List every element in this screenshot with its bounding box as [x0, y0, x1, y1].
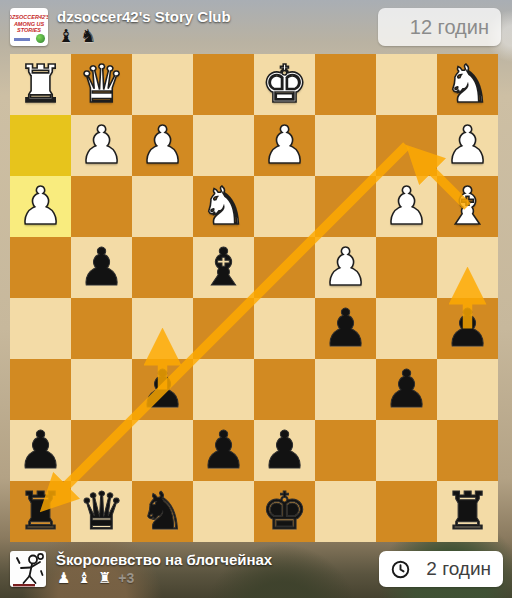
square-d3[interactable]	[254, 176, 315, 237]
club-piece-badges: ♝♞	[58, 26, 96, 46]
square-b8[interactable]	[376, 481, 437, 542]
square-a6[interactable]	[437, 359, 498, 420]
square-g4[interactable]: ♟	[71, 237, 132, 298]
square-c8[interactable]	[315, 481, 376, 542]
white-knight[interactable]: ♞	[444, 54, 491, 115]
square-e7[interactable]: ♟	[193, 420, 254, 481]
square-f2[interactable]: ♟	[132, 115, 193, 176]
white-pawn[interactable]: ♟	[383, 176, 430, 237]
next-story-avatar[interactable]	[10, 551, 46, 587]
bishop-icon: ♝	[58, 26, 74, 46]
pawn-icon: ♟	[57, 569, 70, 587]
white-pawn[interactable]: ♟	[17, 176, 64, 237]
square-b4[interactable]	[376, 237, 437, 298]
white-queen[interactable]: ♛	[78, 54, 125, 115]
square-g6[interactable]	[71, 359, 132, 420]
square-e1[interactable]	[193, 54, 254, 115]
white-pawn[interactable]: ♟	[261, 115, 308, 176]
white-rook[interactable]: ♜	[17, 54, 64, 115]
black-pawn[interactable]: ♟	[200, 420, 247, 481]
white-pawn[interactable]: ♟	[78, 115, 125, 176]
square-h6[interactable]	[10, 359, 71, 420]
sketch-figure-icon	[10, 551, 46, 587]
white-pawn[interactable]: ♟	[444, 115, 491, 176]
chess-board-area[interactable]: ♜♛♚♞♟♟♟♟♟♞♟♝♟♝♟♟♟♟♟♟♟♟♜♛♞♚♜	[10, 54, 498, 542]
square-e5[interactable]	[193, 298, 254, 359]
square-b5[interactable]	[376, 298, 437, 359]
square-c3[interactable]	[315, 176, 376, 237]
white-bishop[interactable]: ♝	[444, 176, 491, 237]
story-expiry-label: 12 годин	[410, 16, 489, 39]
next-story-piece-icons: ♟♝♜+3	[57, 569, 134, 587]
white-pawn[interactable]: ♟	[139, 115, 186, 176]
square-h3[interactable]: ♟	[10, 176, 71, 237]
knight-icon: ♞	[80, 26, 96, 46]
square-b3[interactable]: ♟	[376, 176, 437, 237]
clock-icon	[391, 560, 410, 579]
square-h2[interactable]	[10, 115, 71, 176]
square-e2[interactable]	[193, 115, 254, 176]
square-c1[interactable]	[315, 54, 376, 115]
rook-icon: ♜	[98, 569, 111, 587]
square-h8[interactable]: ♜	[10, 481, 71, 542]
square-d5[interactable]	[254, 298, 315, 359]
square-d4[interactable]	[254, 237, 315, 298]
square-f7[interactable]	[132, 420, 193, 481]
square-c2[interactable]	[315, 115, 376, 176]
square-a2[interactable]: ♟	[437, 115, 498, 176]
square-c6[interactable]	[315, 359, 376, 420]
square-e6[interactable]	[193, 359, 254, 420]
square-a7[interactable]	[437, 420, 498, 481]
square-f5[interactable]	[132, 298, 193, 359]
square-e4[interactable]: ♝	[193, 237, 254, 298]
black-rook[interactable]: ♜	[444, 481, 491, 542]
next-story-expiry-label: 2 годин	[426, 558, 491, 580]
square-h1[interactable]: ♜	[10, 54, 71, 115]
square-h7[interactable]: ♟	[10, 420, 71, 481]
square-c7[interactable]	[315, 420, 376, 481]
square-f3[interactable]	[132, 176, 193, 237]
black-pawn[interactable]: ♟	[78, 237, 125, 298]
square-a1[interactable]: ♞	[437, 54, 498, 115]
white-knight[interactable]: ♞	[200, 176, 247, 237]
square-g7[interactable]	[71, 420, 132, 481]
square-f1[interactable]	[132, 54, 193, 115]
avatar-badge-dot	[36, 34, 45, 43]
black-pawn[interactable]: ♟	[17, 420, 64, 481]
white-king[interactable]: ♚	[261, 54, 308, 115]
square-b7[interactable]	[376, 420, 437, 481]
more-pieces-label: +3	[118, 570, 134, 586]
square-d8[interactable]: ♚	[254, 481, 315, 542]
club-title: dzsoccer42's Story Club	[57, 8, 231, 25]
square-e3[interactable]: ♞	[193, 176, 254, 237]
bishop-icon: ♝	[77, 569, 90, 587]
black-pawn[interactable]: ♟	[444, 298, 491, 359]
black-pawn[interactable]: ♟	[139, 359, 186, 420]
avatar-decoration	[14, 38, 30, 41]
club-avatar[interactable]: DZSOCCER42'SAMONG USSTORIES	[10, 8, 48, 46]
square-b2[interactable]	[376, 115, 437, 176]
square-a8[interactable]: ♜	[437, 481, 498, 542]
next-story-title: Šкоролевство на блогчейнах	[56, 551, 272, 568]
square-a3[interactable]: ♝	[437, 176, 498, 237]
square-g1[interactable]: ♛	[71, 54, 132, 115]
square-f4[interactable]	[132, 237, 193, 298]
square-d2[interactable]: ♟	[254, 115, 315, 176]
square-c5[interactable]: ♟	[315, 298, 376, 359]
square-h5[interactable]	[10, 298, 71, 359]
square-e8[interactable]	[193, 481, 254, 542]
square-c4[interactable]: ♟	[315, 237, 376, 298]
chess-board[interactable]: ♜♛♚♞♟♟♟♟♟♞♟♝♟♝♟♟♟♟♟♟♟♟♜♛♞♚♜	[10, 54, 498, 542]
black-bishop[interactable]: ♝	[200, 237, 247, 298]
story-expiry-chip: 12 годин	[378, 8, 501, 46]
black-rook[interactable]: ♜	[17, 481, 64, 542]
square-a4[interactable]	[437, 237, 498, 298]
club-avatar-text: DZSOCCER42'SAMONG USSTORIES	[10, 8, 48, 37]
square-b1[interactable]	[376, 54, 437, 115]
square-d6[interactable]	[254, 359, 315, 420]
black-pawn[interactable]: ♟	[261, 420, 308, 481]
square-g3[interactable]	[71, 176, 132, 237]
black-knight[interactable]: ♞	[139, 481, 186, 542]
next-story-expiry-chip: 2 годин	[379, 551, 503, 587]
square-f6[interactable]: ♟	[132, 359, 193, 420]
square-d7[interactable]: ♟	[254, 420, 315, 481]
square-d1[interactable]: ♚	[254, 54, 315, 115]
square-g2[interactable]: ♟	[71, 115, 132, 176]
story-header: DZSOCCER42'SAMONG USSTORIES dzsoccer42's…	[0, 0, 512, 54]
black-pawn[interactable]: ♟	[322, 298, 369, 359]
white-pawn[interactable]: ♟	[322, 237, 369, 298]
square-h4[interactable]	[10, 237, 71, 298]
square-f8[interactable]: ♞	[132, 481, 193, 542]
square-a5[interactable]: ♟	[437, 298, 498, 359]
square-g5[interactable]	[71, 298, 132, 359]
square-g8[interactable]: ♛	[71, 481, 132, 542]
black-king[interactable]: ♚	[261, 481, 308, 542]
black-queen[interactable]: ♛	[78, 481, 125, 542]
square-b6[interactable]: ♟	[376, 359, 437, 420]
black-pawn[interactable]: ♟	[383, 359, 430, 420]
